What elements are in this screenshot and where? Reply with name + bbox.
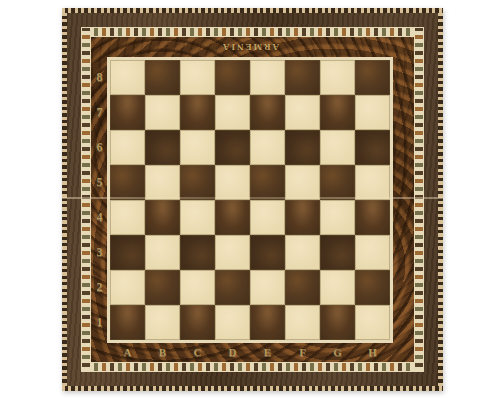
file-labels: ABCDEFGH — [110, 342, 390, 362]
edge-inlay-right — [438, 13, 443, 386]
square-c3[interactable] — [180, 235, 215, 270]
square-d4[interactable] — [215, 200, 250, 235]
square-g5[interactable] — [320, 165, 355, 200]
rank-label-5: 5 — [91, 165, 108, 200]
square-a4[interactable] — [110, 200, 145, 235]
square-g8[interactable] — [320, 60, 355, 95]
square-d3[interactable] — [215, 235, 250, 270]
square-g3[interactable] — [320, 235, 355, 270]
square-a1[interactable] — [110, 305, 145, 340]
square-e5[interactable] — [250, 165, 285, 200]
file-label-d: D — [215, 342, 250, 362]
square-f1[interactable] — [285, 305, 320, 340]
square-e6[interactable] — [250, 130, 285, 165]
file-label-g: G — [320, 342, 355, 362]
square-g6[interactable] — [320, 130, 355, 165]
square-b1[interactable] — [145, 305, 180, 340]
square-c1[interactable] — [180, 305, 215, 340]
square-a2[interactable] — [110, 270, 145, 305]
square-e2[interactable] — [250, 270, 285, 305]
rank-label-8: 8 — [91, 60, 108, 95]
square-f2[interactable] — [285, 270, 320, 305]
square-b5[interactable] — [145, 165, 180, 200]
square-f8[interactable] — [285, 60, 320, 95]
square-a6[interactable] — [110, 130, 145, 165]
square-b6[interactable] — [145, 130, 180, 165]
square-c6[interactable] — [180, 130, 215, 165]
board-squares — [110, 60, 390, 340]
mosaic-border-right — [414, 27, 424, 372]
square-h7[interactable] — [355, 95, 390, 130]
rank-label-7: 7 — [91, 95, 108, 130]
square-c8[interactable] — [180, 60, 215, 95]
rank-label-1: 1 — [91, 305, 108, 340]
file-label-a: A — [110, 342, 145, 362]
rank-label-4: 4 — [91, 200, 108, 235]
square-a8[interactable] — [110, 60, 145, 95]
square-h1[interactable] — [355, 305, 390, 340]
square-a7[interactable] — [110, 95, 145, 130]
field-frame — [107, 57, 393, 343]
rank-label-6: 6 — [91, 130, 108, 165]
square-h6[interactable] — [355, 130, 390, 165]
square-f7[interactable] — [285, 95, 320, 130]
square-d8[interactable] — [215, 60, 250, 95]
square-b7[interactable] — [145, 95, 180, 130]
square-e3[interactable] — [250, 235, 285, 270]
square-a3[interactable] — [110, 235, 145, 270]
square-g7[interactable] — [320, 95, 355, 130]
square-b2[interactable] — [145, 270, 180, 305]
square-h3[interactable] — [355, 235, 390, 270]
square-c4[interactable] — [180, 200, 215, 235]
square-g4[interactable] — [320, 200, 355, 235]
square-d1[interactable] — [215, 305, 250, 340]
square-d2[interactable] — [215, 270, 250, 305]
file-label-h: H — [355, 342, 390, 362]
square-c2[interactable] — [180, 270, 215, 305]
edge-inlay-top — [62, 8, 443, 13]
square-c7[interactable] — [180, 95, 215, 130]
square-f5[interactable] — [285, 165, 320, 200]
square-h5[interactable] — [355, 165, 390, 200]
square-d6[interactable] — [215, 130, 250, 165]
file-label-e: E — [250, 342, 285, 362]
edge-inlay-left — [62, 13, 67, 386]
square-g1[interactable] — [320, 305, 355, 340]
square-f6[interactable] — [285, 130, 320, 165]
square-b8[interactable] — [145, 60, 180, 95]
square-e7[interactable] — [250, 95, 285, 130]
edge-inlay-bottom — [62, 386, 443, 391]
mosaic-border-left — [81, 27, 91, 372]
mosaic-border-top — [81, 27, 424, 37]
square-c5[interactable] — [180, 165, 215, 200]
square-d7[interactable] — [215, 95, 250, 130]
board-fold-seam — [62, 197, 443, 199]
brand-inlay: ARMENIA — [110, 37, 390, 57]
square-f4[interactable] — [285, 200, 320, 235]
square-b4[interactable] — [145, 200, 180, 235]
square-e1[interactable] — [250, 305, 285, 340]
square-h2[interactable] — [355, 270, 390, 305]
square-g2[interactable] — [320, 270, 355, 305]
file-label-f: F — [285, 342, 320, 362]
square-h8[interactable] — [355, 60, 390, 95]
rank-label-2: 2 — [91, 270, 108, 305]
square-d5[interactable] — [215, 165, 250, 200]
file-label-b: B — [145, 342, 180, 362]
square-h4[interactable] — [355, 200, 390, 235]
chess-board: ARMENIA 87654321 ABCDEFGH — [62, 8, 443, 391]
square-b3[interactable] — [145, 235, 180, 270]
photo-background: { "game": "chess", "position": { "fen": … — [0, 0, 500, 400]
file-label-c: C — [180, 342, 215, 362]
rank-label-3: 3 — [91, 235, 108, 270]
rank-labels: 87654321 — [91, 60, 108, 340]
square-e4[interactable] — [250, 200, 285, 235]
mosaic-border-bottom — [81, 362, 424, 372]
square-a5[interactable] — [110, 165, 145, 200]
square-e8[interactable] — [250, 60, 285, 95]
square-f3[interactable] — [285, 235, 320, 270]
